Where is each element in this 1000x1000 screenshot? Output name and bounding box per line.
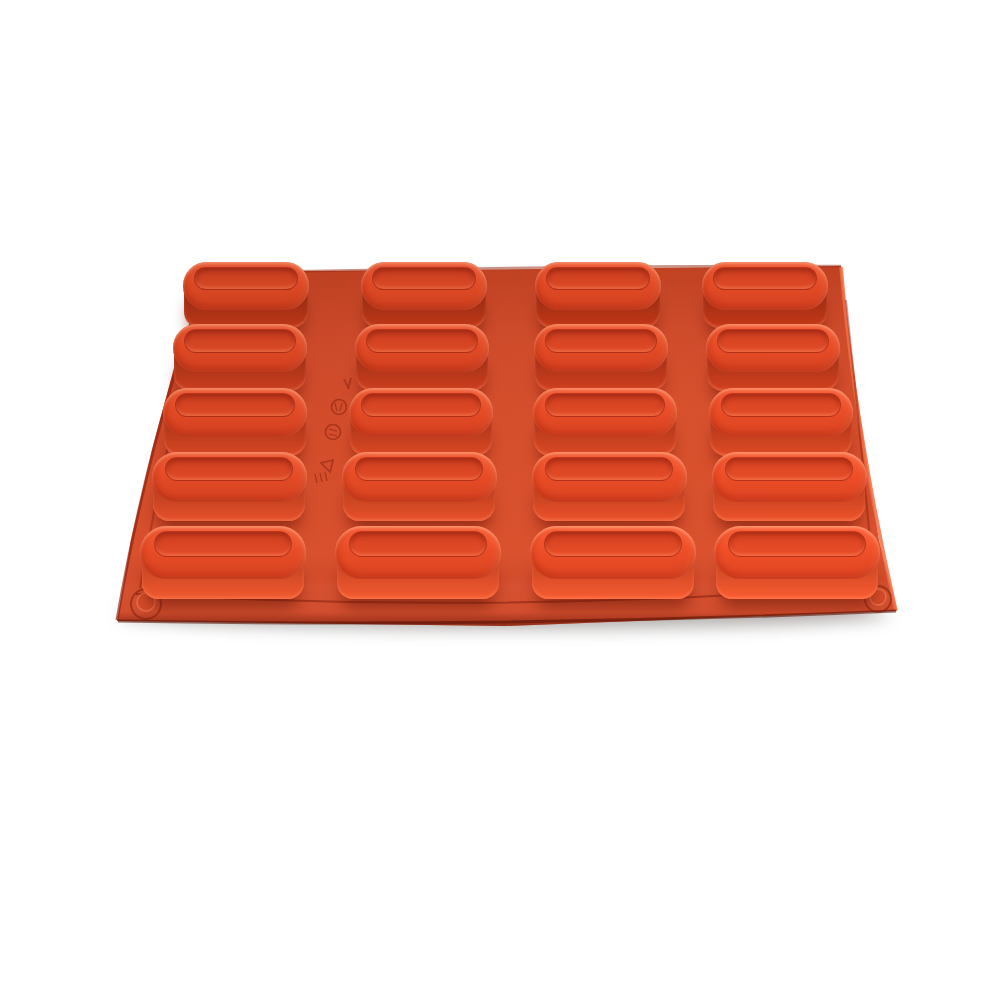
- bump-top-face: [534, 324, 668, 372]
- bump-inner-recess: [728, 531, 866, 557]
- bump-inner-recess: [372, 267, 477, 290]
- cavity-bump-r5c3: [530, 526, 696, 599]
- bump-inner-recess: [713, 267, 818, 290]
- cavity-bump-r2c3: [534, 324, 668, 391]
- bump-inner-recess: [545, 457, 674, 481]
- bump-top-face: [335, 526, 501, 579]
- cavity-bump-r2c4: [706, 324, 840, 391]
- bump-inner-recess: [544, 531, 682, 557]
- cavity-bump-r5c1: [140, 526, 306, 599]
- cavity-bump-r1c3: [535, 262, 661, 328]
- bump-top-face: [183, 262, 309, 310]
- bump-top-face: [709, 388, 853, 437]
- cavity-bump-r5c4: [714, 526, 880, 599]
- bump-top-face: [140, 526, 306, 579]
- cavity-bump-r1c1: [183, 262, 309, 328]
- bump-inner-recess: [717, 329, 828, 353]
- bump-inner-recess: [361, 393, 481, 417]
- cavity-bump-r3c1: [163, 388, 307, 456]
- cavity-bump-r5c2: [335, 526, 501, 599]
- cavity-bump-r4c1: [152, 452, 307, 521]
- bump-top-face: [533, 388, 677, 437]
- bump-top-face: [530, 526, 696, 579]
- bump-top-face: [163, 388, 307, 437]
- bump-inner-recess: [725, 457, 854, 481]
- bump-top-face: [361, 262, 487, 310]
- cavity-bump-r3c2: [349, 388, 493, 456]
- bump-top-face: [714, 526, 880, 579]
- bump-top-face: [355, 324, 489, 372]
- cavity-bump-r4c3: [532, 452, 687, 521]
- bump-inner-recess: [545, 393, 665, 417]
- cavity-bump-r1c4: [702, 262, 828, 328]
- bump-inner-recess: [546, 267, 651, 290]
- bump-top-face: [342, 452, 497, 502]
- bump-inner-recess: [184, 329, 295, 353]
- cavity-bump-r1c2: [361, 262, 487, 328]
- bump-inner-recess: [355, 457, 484, 481]
- bump-inner-recess: [154, 531, 292, 557]
- bump-inner-recess: [175, 393, 295, 417]
- bump-inner-recess: [349, 531, 487, 557]
- bump-top-face: [152, 452, 307, 502]
- bump-top-face: [706, 324, 840, 372]
- bump-top-face: [349, 388, 493, 437]
- bump-top-face: [173, 324, 307, 372]
- cavity-bump-r3c4: [709, 388, 853, 456]
- cavity-bump-r2c2: [355, 324, 489, 391]
- bump-inner-recess: [165, 457, 294, 481]
- cavity-bump-r4c2: [342, 452, 497, 521]
- bump-top-face: [712, 452, 867, 502]
- bump-inner-recess: [366, 329, 477, 353]
- bump-top-face: [702, 262, 828, 310]
- bump-inner-recess: [194, 267, 299, 290]
- cavity-bump-r3c3: [533, 388, 677, 456]
- bump-inner-recess: [545, 329, 656, 353]
- bump-top-face: [532, 452, 687, 502]
- bump-top-face: [535, 262, 661, 310]
- cavity-bump-r2c1: [173, 324, 307, 391]
- bump-inner-recess: [721, 393, 841, 417]
- cavity-bump-r4c4: [712, 452, 867, 521]
- photo-background: [0, 0, 1000, 1000]
